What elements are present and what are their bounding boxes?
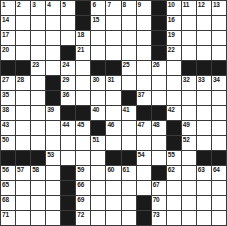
cell-r2c3[interactable] (31, 16, 45, 30)
cell-r4c7[interactable] (91, 46, 105, 60)
cell-r2c9[interactable] (122, 16, 136, 30)
cell-r8c6 (76, 106, 90, 120)
cell-r3c13[interactable] (182, 31, 196, 45)
cell-r14c5 (61, 196, 75, 210)
cell-r15c9[interactable] (122, 211, 136, 225)
clue-number: 50 (2, 136, 9, 144)
clue-number: 64 (213, 166, 220, 174)
clue-number: 71 (2, 211, 9, 219)
cell-r15c7[interactable] (91, 211, 105, 225)
cell-r15c11[interactable]: 73 (152, 211, 166, 225)
cell-r13c8[interactable] (106, 181, 120, 195)
cell-r15c8[interactable] (106, 211, 120, 225)
cell-r8c10 (137, 106, 151, 120)
cell-r14c15[interactable] (212, 196, 226, 210)
cell-r5c1 (1, 61, 15, 75)
cell-r10c5[interactable] (61, 136, 75, 150)
cell-r13c14[interactable] (197, 181, 211, 195)
cell-r6c15[interactable]: 34 (212, 76, 226, 90)
clue-number: 72 (77, 211, 84, 219)
clue-number: 45 (77, 121, 84, 129)
clue-number: 9 (138, 1, 141, 9)
clue-number: 38 (2, 106, 9, 114)
clue-number: 57 (17, 166, 24, 174)
clue-number: 16 (168, 16, 175, 24)
cell-r6c14[interactable]: 33 (197, 76, 211, 90)
cell-r8c11 (152, 106, 166, 120)
clue-number: 4 (47, 1, 50, 9)
clue-number: 35 (2, 91, 9, 99)
cell-r11c5[interactable] (61, 151, 75, 165)
clue-number: 18 (77, 31, 84, 39)
clue-number: 34 (213, 76, 220, 84)
cell-r4c6[interactable]: 21 (76, 46, 90, 60)
cell-r14c3[interactable] (31, 196, 45, 210)
cell-r2c4[interactable] (46, 16, 60, 30)
cell-r13c12[interactable] (167, 181, 181, 195)
cell-r5c8 (106, 61, 120, 75)
cell-r4c3[interactable] (31, 46, 45, 60)
clue-number: 51 (92, 136, 99, 144)
cell-r10c10[interactable] (137, 136, 151, 150)
cell-r11c7[interactable] (91, 151, 105, 165)
clue-number: 6 (92, 1, 95, 9)
cell-r12c8[interactable]: 60 (106, 166, 120, 180)
cell-r15c1[interactable]: 71 (1, 211, 15, 225)
cell-r13c2[interactable] (16, 181, 30, 195)
cell-r9c2[interactable] (16, 121, 30, 135)
cell-r10c3[interactable] (31, 136, 45, 150)
clue-number: 17 (2, 31, 9, 39)
clue-number: 3 (32, 1, 35, 9)
cell-r7c11[interactable] (152, 91, 166, 105)
cell-r1c3[interactable]: 3 (31, 1, 45, 15)
clue-number: 27 (2, 76, 9, 84)
cell-r3c14[interactable] (197, 31, 211, 45)
cell-r12c10[interactable] (137, 166, 151, 180)
cell-r8c1[interactable]: 38 (1, 106, 15, 120)
cell-r10c11[interactable] (152, 136, 166, 150)
cell-r1c2[interactable]: 2 (16, 1, 30, 15)
cell-r4c5 (61, 46, 75, 60)
cell-r15c14[interactable] (197, 211, 211, 225)
cell-r5c9[interactable]: 25 (122, 61, 136, 75)
cell-r11c8 (106, 151, 120, 165)
clue-number: 58 (32, 166, 39, 174)
cell-r15c12[interactable] (167, 211, 181, 225)
cell-r10c7[interactable]: 51 (91, 136, 105, 150)
cell-r4c15[interactable] (212, 46, 226, 60)
cell-r3c2[interactable] (16, 31, 30, 45)
clue-number: 69 (77, 196, 84, 204)
cell-r9c15[interactable] (212, 121, 226, 135)
cell-r13c11[interactable]: 67 (152, 181, 166, 195)
cell-r12c14[interactable]: 63 (197, 166, 211, 180)
clue-number: 61 (123, 166, 130, 174)
cell-r7c1[interactable]: 35 (1, 91, 15, 105)
cell-r9c12 (167, 121, 181, 135)
clue-number: 44 (62, 121, 69, 129)
clue-number: 30 (92, 76, 99, 84)
cell-r6c5[interactable]: 29 (61, 76, 75, 90)
cell-r5c7 (91, 61, 105, 75)
clue-number: 1 (2, 1, 5, 9)
cell-r7c12[interactable] (167, 91, 181, 105)
clue-number: 11 (183, 1, 189, 9)
clue-number: 49 (183, 121, 190, 129)
cell-r6c2[interactable]: 28 (16, 76, 30, 90)
clue-number: 60 (107, 166, 114, 174)
cell-r15c5 (61, 211, 75, 225)
cell-r14c13[interactable] (182, 196, 196, 210)
cell-r3c7[interactable] (91, 31, 105, 45)
cell-r14c8[interactable] (106, 196, 120, 210)
cell-r13c4[interactable] (46, 181, 60, 195)
cell-r8c9[interactable]: 41 (122, 106, 136, 120)
cell-r5c6[interactable] (76, 61, 90, 75)
cell-r8c12[interactable]: 42 (167, 106, 181, 120)
cell-r3c5[interactable] (61, 31, 75, 45)
clue-number: 53 (47, 151, 54, 159)
cell-r1c10[interactable]: 9 (137, 1, 151, 15)
clue-number: 20 (2, 46, 9, 54)
cell-r5c4[interactable] (46, 61, 60, 75)
cell-r3c4[interactable] (46, 31, 60, 45)
cell-r10c13[interactable]: 52 (182, 136, 196, 150)
cell-r11c1 (1, 151, 15, 165)
cell-r9c11[interactable]: 48 (152, 121, 166, 135)
cell-r2c2[interactable] (16, 16, 30, 30)
clue-number: 26 (153, 61, 160, 69)
clue-number: 10 (168, 1, 175, 9)
clue-number: 36 (62, 91, 69, 99)
cell-r8c13[interactable] (182, 106, 196, 120)
cell-r7c2[interactable] (16, 91, 30, 105)
cell-r6c11[interactable] (152, 76, 166, 90)
cell-r10c8[interactable] (106, 136, 120, 150)
cell-r2c6 (76, 16, 90, 30)
cell-r3c3[interactable] (31, 31, 45, 45)
clue-number: 39 (47, 106, 54, 114)
cell-r2c1[interactable]: 14 (1, 16, 15, 30)
cell-r5c15 (212, 61, 226, 75)
cell-r7c5[interactable]: 36 (61, 91, 75, 105)
cell-r9c8[interactable]: 46 (106, 121, 120, 135)
cell-r5c10[interactable] (137, 61, 151, 75)
cell-r11c15 (212, 151, 226, 165)
clue-number: 43 (2, 121, 9, 129)
clue-number: 29 (62, 76, 69, 84)
cell-r6c4 (46, 76, 60, 90)
cell-r14c4[interactable] (46, 196, 60, 210)
clue-number: 32 (183, 76, 190, 84)
cell-r6c12[interactable] (167, 76, 181, 90)
cell-r11c11[interactable] (152, 151, 166, 165)
cell-r1c8[interactable]: 7 (106, 1, 120, 15)
cell-r4c8[interactable] (106, 46, 120, 60)
cell-r11c2 (16, 151, 30, 165)
clue-number: 13 (213, 1, 220, 9)
clue-number: 21 (77, 46, 84, 54)
cell-r14c7[interactable] (91, 196, 105, 210)
cell-r6c8[interactable]: 31 (106, 76, 120, 90)
cell-r10c15[interactable] (212, 136, 226, 150)
cell-r6c10[interactable] (137, 76, 151, 90)
clue-number: 15 (92, 16, 99, 24)
cell-r11c4[interactable]: 53 (46, 151, 60, 165)
cell-r12c5 (61, 166, 75, 180)
cell-r1c11 (152, 1, 166, 15)
clue-number: 68 (2, 196, 9, 204)
cell-r3c12[interactable]: 19 (167, 31, 181, 45)
cell-r7c6[interactable] (76, 91, 90, 105)
cell-r6c9[interactable] (122, 76, 136, 90)
cell-r10c12 (167, 136, 181, 150)
cell-r5c13 (182, 61, 196, 75)
cell-r1c15[interactable]: 13 (212, 1, 226, 15)
cell-r13c15[interactable] (212, 181, 226, 195)
clue-number: 54 (138, 151, 145, 159)
cell-r11c3 (31, 151, 45, 165)
cell-r13c1[interactable]: 65 (1, 181, 15, 195)
cell-r2c12[interactable]: 16 (167, 16, 181, 30)
cell-r11c14 (197, 151, 211, 165)
cell-r4c10[interactable] (137, 46, 151, 60)
cell-r9c6[interactable]: 45 (76, 121, 90, 135)
cell-r1c13[interactable]: 11 (182, 1, 196, 15)
cell-r8c2[interactable] (16, 106, 30, 120)
clue-number: 56 (2, 166, 9, 174)
cell-r7c10[interactable]: 37 (137, 91, 151, 105)
cell-r10c1[interactable]: 50 (1, 136, 15, 150)
cell-r2c14[interactable] (197, 16, 211, 30)
cell-r13c9[interactable] (122, 181, 136, 195)
clue-number: 70 (153, 196, 160, 204)
cell-r1c5[interactable]: 5 (61, 1, 75, 15)
cell-r5c11[interactable]: 26 (152, 61, 166, 75)
clue-number: 5 (62, 1, 65, 9)
cell-r8c3[interactable] (31, 106, 45, 120)
cell-r14c10 (137, 196, 151, 210)
cell-r6c13[interactable]: 32 (182, 76, 196, 90)
cell-r9c5[interactable]: 44 (61, 121, 75, 135)
cell-r14c9[interactable] (122, 196, 136, 210)
cell-r9c1[interactable]: 43 (1, 121, 15, 135)
clue-number: 46 (107, 121, 114, 129)
cell-r1c4[interactable]: 4 (46, 1, 60, 15)
clue-number: 14 (2, 16, 9, 24)
cell-r7c7[interactable] (91, 91, 105, 105)
cell-r11c6[interactable] (76, 151, 90, 165)
cell-r2c15[interactable] (212, 16, 226, 30)
cell-r15c3[interactable] (31, 211, 45, 225)
clue-number: 59 (77, 166, 84, 174)
cell-r7c15[interactable] (212, 91, 226, 105)
cell-r9c10[interactable]: 47 (137, 121, 151, 135)
cell-r15c10 (137, 211, 151, 225)
cell-r2c7[interactable]: 15 (91, 16, 105, 30)
cell-r8c5 (61, 106, 75, 120)
clue-number: 7 (107, 1, 110, 9)
clue-number: 37 (138, 91, 145, 99)
clue-number: 23 (32, 61, 39, 69)
cell-r12c6[interactable]: 59 (76, 166, 90, 180)
cell-r9c13[interactable]: 49 (182, 121, 196, 135)
cell-r15c15[interactable] (212, 211, 226, 225)
cell-r2c10[interactable] (137, 16, 151, 30)
cell-r11c9 (122, 151, 136, 165)
cell-r14c6[interactable]: 69 (76, 196, 90, 210)
cell-r4c1[interactable]: 20 (1, 46, 15, 60)
cell-r7c13[interactable] (182, 91, 196, 105)
clue-number: 42 (168, 106, 175, 114)
clue-number: 22 (168, 46, 175, 54)
cell-r13c3[interactable] (31, 181, 45, 195)
clue-number: 66 (77, 181, 84, 189)
cell-r5c14 (197, 61, 211, 75)
clue-number: 12 (198, 1, 205, 9)
clue-number: 48 (153, 121, 160, 129)
cell-r12c4[interactable] (46, 166, 60, 180)
cell-r1c14[interactable]: 12 (197, 1, 211, 15)
cell-r6c1[interactable]: 27 (1, 76, 15, 90)
cell-r9c14[interactable] (197, 121, 211, 135)
cell-r8c14[interactable] (197, 106, 211, 120)
cell-r1c9[interactable]: 8 (122, 1, 136, 15)
cell-r13c7[interactable] (91, 181, 105, 195)
clue-number: 25 (123, 61, 130, 69)
clue-number: 24 (62, 61, 69, 69)
cell-r1c7[interactable]: 6 (91, 1, 105, 15)
clue-number: 52 (183, 136, 190, 144)
cell-r10c9[interactable] (122, 136, 136, 150)
cell-r3c10[interactable] (137, 31, 151, 45)
cell-r14c14[interactable] (197, 196, 211, 210)
cell-r6c6[interactable] (76, 76, 90, 90)
clue-number: 8 (123, 1, 126, 9)
cell-r3c8[interactable] (106, 31, 120, 45)
cell-r12c15[interactable]: 64 (212, 166, 226, 180)
cell-r1c12[interactable]: 10 (167, 1, 181, 15)
clue-number: 62 (168, 166, 175, 174)
cell-r15c13[interactable] (182, 211, 196, 225)
cell-r1c6 (76, 1, 90, 15)
cell-r5c12[interactable] (167, 61, 181, 75)
cell-r9c3[interactable] (31, 121, 45, 135)
cell-r4c12[interactable]: 22 (167, 46, 181, 60)
cell-r9c4[interactable] (46, 121, 60, 135)
cell-r7c3[interactable] (31, 91, 45, 105)
cell-r3c6[interactable]: 18 (76, 31, 90, 45)
cell-r14c1[interactable]: 68 (1, 196, 15, 210)
cell-r3c15[interactable] (212, 31, 226, 45)
cell-r12c9[interactable]: 61 (122, 166, 136, 180)
cell-r2c8[interactable] (106, 16, 120, 30)
cell-r12c11 (152, 166, 166, 180)
cell-r4c9[interactable] (122, 46, 136, 60)
cell-r7c9 (122, 91, 136, 105)
cell-r10c2[interactable] (16, 136, 30, 150)
cell-r7c4 (46, 91, 60, 105)
cell-r14c11[interactable]: 70 (152, 196, 166, 210)
clue-number: 28 (17, 76, 24, 84)
cell-r12c1[interactable]: 56 (1, 166, 15, 180)
cell-r14c2[interactable] (16, 196, 30, 210)
cell-r8c8[interactable] (106, 106, 120, 120)
cell-r13c10[interactable] (137, 181, 151, 195)
cell-r11c13[interactable] (182, 151, 196, 165)
cell-r3c11 (152, 31, 166, 45)
cell-r8c4[interactable]: 39 (46, 106, 60, 120)
clue-number: 2 (17, 1, 20, 9)
cell-r9c9[interactable] (122, 121, 136, 135)
cell-r8c15[interactable] (212, 106, 226, 120)
cell-r2c13[interactable] (182, 16, 196, 30)
cell-r10c4[interactable] (46, 136, 60, 150)
cell-r2c5[interactable] (61, 16, 75, 30)
crossword-grid: 1234567891011121314151617181920212223242… (0, 0, 227, 226)
clue-number: 41 (123, 106, 130, 114)
cell-r2c11 (152, 16, 166, 30)
clue-number: 19 (168, 31, 175, 39)
cell-r4c11 (152, 46, 166, 60)
cell-r13c13[interactable] (182, 181, 196, 195)
cell-r4c2[interactable] (16, 46, 30, 60)
cell-r15c4[interactable] (46, 211, 60, 225)
cell-r4c14[interactable] (197, 46, 211, 60)
cell-r14c12[interactable] (167, 196, 181, 210)
cell-r15c6[interactable]: 72 (76, 211, 90, 225)
clue-number: 73 (153, 211, 160, 219)
cell-r12c13[interactable] (182, 166, 196, 180)
cell-r6c3[interactable] (31, 76, 45, 90)
clue-number: 63 (198, 166, 205, 174)
cell-r3c1[interactable]: 17 (1, 31, 15, 45)
clue-number: 47 (138, 121, 145, 129)
cell-r7c14[interactable] (197, 91, 211, 105)
cell-r7c8[interactable] (106, 91, 120, 105)
cell-r10c14[interactable] (197, 136, 211, 150)
cell-r9c7 (91, 121, 105, 135)
cell-r13c5 (61, 181, 75, 195)
clue-number: 67 (153, 181, 160, 189)
cell-r12c12[interactable]: 62 (167, 166, 181, 180)
cell-r5c2 (16, 61, 30, 75)
cell-r4c13[interactable] (182, 46, 196, 60)
clue-number: 31 (107, 76, 114, 84)
clue-number: 33 (198, 76, 205, 84)
cell-r11c12[interactable]: 55 (167, 151, 181, 165)
cell-r4c4[interactable] (46, 46, 60, 60)
cell-r11c10[interactable]: 54 (137, 151, 151, 165)
cell-r15c2[interactable] (16, 211, 30, 225)
cell-r13c6[interactable]: 66 (76, 181, 90, 195)
cell-r5c5[interactable]: 24 (61, 61, 75, 75)
cell-r6c7[interactable]: 30 (91, 76, 105, 90)
cell-r8c7[interactable]: 40 (91, 106, 105, 120)
clue-number: 55 (168, 151, 175, 159)
cell-r5c3[interactable]: 23 (31, 61, 45, 75)
cell-r1c1[interactable]: 1 (1, 1, 15, 15)
cell-r3c9[interactable] (122, 31, 136, 45)
cell-r12c7[interactable] (91, 166, 105, 180)
cell-r12c3[interactable]: 58 (31, 166, 45, 180)
clue-number: 40 (92, 106, 99, 114)
cell-r12c2[interactable]: 57 (16, 166, 30, 180)
clue-number: 65 (2, 181, 9, 189)
cell-r10c6[interactable] (76, 136, 90, 150)
